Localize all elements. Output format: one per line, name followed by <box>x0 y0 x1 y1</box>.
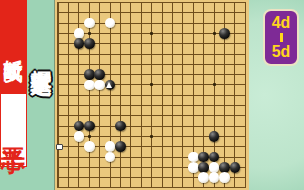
black-stone <box>219 162 230 173</box>
black-stone <box>209 152 220 163</box>
thumbnail: 斩断实战 恶手 探索棋之正道 4d 5d <box>0 0 304 190</box>
white-stone <box>105 152 116 163</box>
white-stone <box>219 172 230 183</box>
black-stone <box>115 141 126 152</box>
grid-line <box>57 64 246 65</box>
black-stone <box>198 152 209 163</box>
black-stone <box>84 69 95 80</box>
white-stone <box>74 131 85 142</box>
black-stone <box>230 162 241 173</box>
black-stone <box>198 162 209 173</box>
black-stone <box>84 38 95 49</box>
rank-badge-bottom: 5d <box>272 44 291 60</box>
white-stone <box>74 28 85 39</box>
rank-badge: 4d 5d <box>263 9 299 66</box>
star-point <box>88 135 91 138</box>
star-point <box>213 32 216 35</box>
slogan-text: 探索棋之正道 <box>27 53 55 190</box>
star-point <box>150 32 153 35</box>
white-stone <box>209 172 220 183</box>
white-stone <box>188 162 199 173</box>
white-stone <box>209 162 220 173</box>
banner-bottom: 恶手 <box>0 93 27 167</box>
banner-top: 斩断实战 <box>0 0 27 93</box>
star-point <box>213 83 216 86</box>
grid-line <box>57 95 246 96</box>
white-stone <box>105 18 116 29</box>
last-move-triangle-icon <box>106 82 112 88</box>
star-point <box>150 83 153 86</box>
black-stone <box>209 131 220 142</box>
black-stone <box>84 121 95 132</box>
black-stone <box>94 69 105 80</box>
black-stone <box>115 121 126 132</box>
white-stone <box>84 18 95 29</box>
star-point <box>88 32 91 35</box>
edge-square-marker-icon <box>56 144 63 151</box>
star-point <box>150 135 153 138</box>
black-stone <box>74 38 85 49</box>
white-stone <box>84 141 95 152</box>
rank-badge-top: 4d <box>272 15 291 31</box>
grid-line <box>57 115 246 116</box>
white-stone <box>94 80 105 91</box>
white-stone <box>105 141 116 152</box>
white-stone <box>198 172 209 183</box>
white-stone <box>84 80 95 91</box>
grid-line <box>57 12 246 13</box>
white-stone <box>188 152 199 163</box>
rank-badge-divider-icon <box>280 33 283 42</box>
grid-line <box>57 187 246 188</box>
grid-line <box>57 54 246 55</box>
grid-line <box>57 105 246 106</box>
grid-line <box>57 2 246 3</box>
black-stone <box>219 28 230 39</box>
go-board[interactable] <box>55 0 249 190</box>
black-stone <box>74 121 85 132</box>
